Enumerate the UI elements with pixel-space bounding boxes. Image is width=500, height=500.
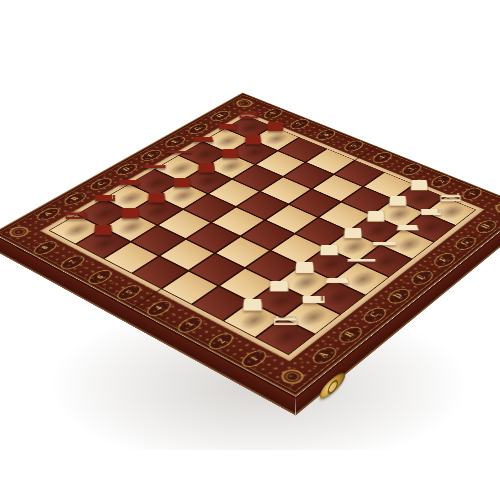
scene: ABCDEFGH ABCDEFGH 12345678 12345678 ♜♞♝♛… <box>0 0 500 500</box>
chess-board: ABCDEFGH ABCDEFGH 12345678 12345678 ♜♞♝♛… <box>0 92 500 396</box>
photo-background: ABCDEFGH ABCDEFGH 12345678 12345678 ♜♞♝♛… <box>0 0 500 500</box>
piece-glyph: ♜ <box>240 259 331 338</box>
piece-glyph: ♟ <box>62 189 145 244</box>
brass-clasp <box>320 368 346 404</box>
